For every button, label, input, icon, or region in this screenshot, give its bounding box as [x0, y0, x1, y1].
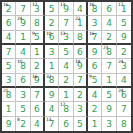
cell-r8c7[interactable]: 2	[88, 102, 102, 116]
cell-r2c8[interactable]: 4	[102, 16, 116, 30]
cell-digit: 3	[6, 74, 12, 85]
cell-digit: 8	[34, 17, 40, 28]
cell-r1c4[interactable]: 5	[45, 2, 59, 16]
cell-r7c8[interactable]: 5	[102, 88, 116, 102]
cell-r6c9[interactable]: 4	[117, 74, 131, 88]
cell-digit: 2	[20, 118, 26, 129]
cage-sum: 24	[118, 88, 123, 93]
cell-r7c1[interactable]: 218	[2, 88, 16, 102]
cell-digit: 4	[106, 17, 112, 28]
cell-r4c8[interactable]: 238	[102, 45, 116, 59]
cell-digit: 5	[121, 17, 127, 28]
cell-digit: 2	[121, 46, 127, 57]
cell-r8c8[interactable]: 9	[102, 102, 116, 116]
cell-digit: 7	[6, 46, 12, 57]
cage-sum: 17	[32, 2, 37, 7]
cell-r2c3[interactable]: 8	[31, 16, 45, 30]
cell-digit: 4	[49, 103, 55, 114]
cell-r1c8[interactable]: 6	[102, 2, 116, 16]
cell-r4c6[interactable]: 6	[74, 45, 88, 59]
cell-digit: 2	[77, 89, 83, 100]
cage-sum: 13	[60, 2, 65, 7]
cell-r9c8[interactable]: 3	[102, 117, 116, 131]
cell-digit: 7	[106, 60, 112, 71]
cell-digit: 1	[6, 103, 12, 114]
cell-r3c4[interactable]: 106	[45, 31, 59, 45]
cell-digit: 6	[106, 3, 112, 14]
cell-digit: 4	[34, 118, 40, 129]
cage-sum: 13	[60, 31, 65, 36]
cell-r1c7[interactable]: 168	[88, 2, 102, 16]
cell-digit: 7	[121, 103, 127, 114]
cell-r4c7[interactable]: 9	[88, 45, 102, 59]
cell-r4c3[interactable]: 1	[31, 45, 45, 59]
cell-r8c2[interactable]: 5	[16, 102, 30, 116]
cell-digit: 6	[34, 103, 40, 114]
cell-r6c2[interactable]: 6	[16, 74, 30, 88]
cell-r7c4[interactable]: 9	[45, 88, 59, 102]
cell-r3c7[interactable]: 167	[88, 31, 102, 45]
cell-r9c4[interactable]: 137	[45, 117, 59, 131]
cell-r6c3[interactable]: 169	[31, 74, 45, 88]
cage-sum: 22	[75, 16, 80, 21]
cage-sum: 16	[3, 2, 8, 7]
cell-r5c9[interactable]: 243	[117, 59, 131, 73]
cell-r5c7[interactable]: 6	[88, 59, 102, 73]
cell-r9c7[interactable]: 1	[88, 117, 102, 131]
cell-r6c5[interactable]: 2	[59, 74, 73, 88]
cell-r8c5[interactable]: 178	[59, 102, 73, 116]
cell-digit: 2	[63, 74, 69, 85]
cell-digit: 6	[20, 74, 26, 85]
cell-digit: 9	[6, 118, 12, 129]
cell-digit: 5	[34, 31, 40, 42]
cell-digit: 6	[77, 46, 83, 57]
cell-r7c2[interactable]: 3	[16, 88, 30, 102]
cell-digit: 5	[92, 74, 98, 85]
cell-digit: 5	[77, 118, 83, 129]
cage-sum: 23	[103, 45, 108, 50]
cell-r2c2[interactable]: 249	[16, 16, 30, 30]
cell-digit: 6	[63, 118, 69, 129]
cell-digit: 4	[20, 46, 26, 57]
cell-r6c7[interactable]: 95	[88, 74, 102, 88]
cage-sum: 17	[118, 2, 123, 7]
cell-digit: 4	[92, 89, 98, 100]
cell-r9c1[interactable]: 9	[2, 117, 16, 131]
cell-r4c4[interactable]: 3	[45, 45, 59, 59]
cell-r1c3[interactable]: 173	[31, 2, 45, 16]
cell-digit: 9	[49, 89, 55, 100]
cage-sum: 18	[75, 59, 80, 64]
cell-r9c5[interactable]: 6	[59, 117, 73, 131]
cell-digit: 4	[63, 60, 69, 71]
cell-r5c3[interactable]: 2	[31, 59, 45, 73]
cell-r9c9[interactable]: 8	[117, 117, 131, 131]
cell-digit: 5	[106, 89, 112, 100]
cell-digit: 4	[77, 3, 83, 14]
cell-r1c2[interactable]: 7	[16, 2, 30, 16]
cell-r3c9[interactable]: 9	[117, 31, 131, 45]
cell-digit: 1	[106, 74, 112, 85]
cell-digit: 7	[34, 89, 40, 100]
cell-r4c2[interactable]: 4	[16, 45, 30, 59]
cell-r1c5[interactable]: 139	[59, 2, 73, 16]
cell-r4c9[interactable]: 2	[117, 45, 131, 59]
cell-digit: 8	[121, 118, 127, 129]
cell-r8c3[interactable]: 6	[31, 102, 45, 116]
cell-r5c6[interactable]: 189	[74, 59, 88, 73]
cell-r3c3[interactable]: 95	[31, 31, 45, 45]
cell-r9c2[interactable]: 82	[16, 117, 30, 131]
cage-sum: 8	[17, 117, 19, 122]
cell-r9c6[interactable]: 5	[74, 117, 88, 131]
cell-digit: 2	[34, 60, 40, 71]
cell-r2c4[interactable]: 2	[45, 16, 59, 30]
cell-digit: 1	[63, 89, 69, 100]
cell-r2c5[interactable]: 7	[59, 16, 73, 30]
cell-r7c6[interactable]: 2	[74, 88, 88, 102]
cell-digit: 3	[20, 89, 26, 100]
cell-r6c6[interactable]: 7	[74, 74, 88, 88]
cell-r3c8[interactable]: 2	[102, 31, 116, 45]
cell-digit: 5	[20, 103, 26, 114]
cell-r2c7[interactable]: 3	[88, 16, 102, 30]
cell-r7c3[interactable]: 7	[31, 88, 45, 102]
cell-r8c1[interactable]: 1	[2, 102, 16, 116]
cage-sum: 16	[89, 2, 94, 7]
cell-r7c5[interactable]: 1	[59, 88, 73, 102]
sudoku-board: 1627173513941686171624982722134541951061…	[0, 0, 133, 133]
cell-digit: 3	[77, 103, 83, 114]
cell-digit: 1	[49, 60, 55, 71]
cell-digit: 4	[121, 74, 127, 85]
cell-r3c6[interactable]: 8	[74, 31, 88, 45]
cell-r2c1[interactable]: 6	[2, 16, 16, 30]
cell-digit: 3	[106, 118, 112, 129]
cell-digit: 1	[34, 46, 40, 57]
cell-r7c9[interactable]: 246	[117, 88, 131, 102]
cell-r1c1[interactable]: 162	[2, 2, 16, 16]
cell-r5c5[interactable]: 4	[59, 59, 73, 73]
cell-r8c4[interactable]: 4	[45, 102, 59, 116]
cage-sum: 24	[118, 59, 123, 64]
cell-r5c1[interactable]: 5	[2, 59, 16, 73]
cell-digit: 7	[63, 17, 69, 28]
cell-digit: 9	[92, 46, 98, 57]
cell-r8c9[interactable]: 7	[117, 102, 131, 116]
cell-r6c1[interactable]: 3	[2, 74, 16, 88]
cell-r4c1[interactable]: 7	[2, 45, 16, 59]
cage-sum: 17	[60, 102, 65, 107]
cage-sum: 16	[32, 74, 37, 79]
cell-digit: 1	[20, 31, 26, 42]
cell-digit: 2	[49, 17, 55, 28]
cage-sum: 10	[17, 59, 22, 64]
cell-r2c9[interactable]: 5	[117, 16, 131, 30]
cell-r7c7[interactable]: 4	[88, 88, 102, 102]
cell-r3c1[interactable]: 4	[2, 31, 16, 45]
cell-digit: 9	[121, 31, 127, 42]
cell-r6c8[interactable]: 1	[102, 74, 116, 88]
cell-digit: 2	[106, 31, 112, 42]
cell-r2c6[interactable]: 221	[74, 16, 88, 30]
cell-digit: 8	[77, 31, 83, 42]
cell-r6c4[interactable]: 328	[45, 74, 59, 88]
cell-digit: 1	[92, 118, 98, 129]
cell-r1c9[interactable]: 171	[117, 2, 131, 16]
cell-digit: 6	[6, 17, 12, 28]
cell-digit: 5	[6, 60, 12, 71]
cage-sum: 10	[46, 31, 51, 36]
cell-digit: 6	[92, 60, 98, 71]
cage-sum: 9	[32, 31, 34, 36]
cell-r9c3[interactable]: 4	[31, 117, 45, 131]
cell-digit: 2	[92, 103, 98, 114]
cage-sum: 24	[17, 16, 22, 21]
cell-r4c5[interactable]: 5	[59, 45, 73, 59]
cage-sum: 21	[3, 88, 8, 93]
cage-sum: 16	[89, 31, 94, 36]
cage-sum: 13	[46, 117, 51, 122]
cell-digit: 5	[63, 46, 69, 57]
cell-digit: 9	[106, 103, 112, 114]
cell-r5c2[interactable]: 108	[16, 59, 30, 73]
cell-digit: 7	[77, 74, 83, 85]
cell-digit: 5	[49, 3, 55, 14]
cage-sum: 9	[89, 74, 91, 79]
cage-sum: 32	[46, 74, 51, 79]
cell-digit: 3	[92, 17, 98, 28]
cell-digit: 7	[20, 3, 26, 14]
cell-digit: 3	[49, 46, 55, 57]
cell-r3c2[interactable]: 1	[16, 31, 30, 45]
cell-r5c4[interactable]: 1	[45, 59, 59, 73]
cell-digit: 4	[6, 31, 12, 42]
cell-r5c8[interactable]: 7	[102, 59, 116, 73]
cell-r1c6[interactable]: 4	[74, 2, 88, 16]
cell-r8c6[interactable]: 3	[74, 102, 88, 116]
cell-r3c5[interactable]: 133	[59, 31, 73, 45]
